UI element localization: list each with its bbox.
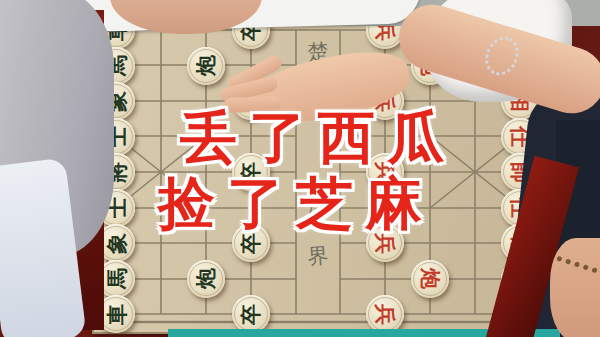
piece-black-卒: 卒 [232,295,270,333]
piece-glyph: 兵 [375,304,396,325]
right-player-resting-hand [550,238,600,337]
river-label-界: 界 [295,240,341,271]
piece-glyph: 炮 [420,268,441,289]
piece-glyph: 馬 [106,268,127,289]
video-frame: { "game": "xiangqi (Chinese chess), over… [0,0,600,337]
piece-glyph: 炮 [195,268,216,289]
piece-black-炮: 炮 [187,260,225,298]
piece-glyph: 卒 [240,304,261,325]
caption-line-2: 捡了芝麻 [158,166,434,243]
piece-black-炮: 炮 [187,47,225,85]
piece-red-炮: 炮 [411,260,449,298]
piece-glyph: 車 [106,304,127,325]
piece-glyph: 炮 [195,55,216,76]
piece-glyph: 象 [106,233,127,254]
